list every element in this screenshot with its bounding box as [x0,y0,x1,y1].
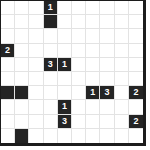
puzzle-grid: 1231132132 [1,1,143,143]
cell-empty-r4c0[interactable] [1,58,15,72]
cell-empty-r2c1[interactable] [15,29,29,43]
cell-empty-r3c9[interactable] [129,44,143,58]
cell-empty-r4c6[interactable] [86,58,100,72]
cell-empty-r7c6[interactable] [86,100,100,114]
cell-empty-r5c1[interactable] [15,72,29,86]
cell-empty-r8c8[interactable] [115,115,129,129]
cell-empty-r1c8[interactable] [115,15,129,29]
cell-empty-r9c0[interactable] [1,129,15,143]
cell-empty-r3c5[interactable] [72,44,86,58]
cell-empty-r6c5[interactable] [72,86,86,100]
cell-black-r9c1[interactable] [15,129,29,143]
cell-empty-r5c9[interactable] [129,72,143,86]
cell-clue-1-r0c3[interactable]: 1 [44,1,58,15]
cell-empty-r7c0[interactable] [1,100,15,114]
cell-empty-r3c6[interactable] [86,44,100,58]
cell-clue-2-r8c9[interactable]: 2 [129,115,143,129]
cell-empty-r6c3[interactable] [44,86,58,100]
cell-empty-r7c9[interactable] [129,100,143,114]
cell-empty-r5c6[interactable] [86,72,100,86]
cell-empty-r7c1[interactable] [15,100,29,114]
cell-empty-r9c6[interactable] [86,129,100,143]
cell-empty-r3c8[interactable] [115,44,129,58]
cell-empty-r2c0[interactable] [1,29,15,43]
cell-clue-2-r6c9[interactable]: 2 [129,86,143,100]
cell-empty-r9c7[interactable] [100,129,114,143]
cell-empty-r8c5[interactable] [72,115,86,129]
cell-clue-3-r6c7[interactable]: 3 [100,86,114,100]
cell-empty-r5c3[interactable] [44,72,58,86]
cell-empty-r4c8[interactable] [115,58,129,72]
cell-black-r1c3[interactable] [44,15,58,29]
cell-empty-r7c5[interactable] [72,100,86,114]
cell-empty-r1c4[interactable] [58,15,72,29]
cell-empty-r2c3[interactable] [44,29,58,43]
cell-clue-1-r4c4[interactable]: 1 [58,58,72,72]
cell-empty-r8c6[interactable] [86,115,100,129]
cell-empty-r0c5[interactable] [72,1,86,15]
cell-clue-1-r7c4[interactable]: 1 [58,100,72,114]
cell-empty-r1c5[interactable] [72,15,86,29]
cell-empty-r4c9[interactable] [129,58,143,72]
cell-empty-r2c6[interactable] [86,29,100,43]
cell-empty-r0c0[interactable] [1,1,15,15]
cell-empty-r1c0[interactable] [1,15,15,29]
cell-empty-r9c4[interactable] [58,129,72,143]
cell-black-r6c1[interactable] [15,86,29,100]
cell-empty-r8c3[interactable] [44,115,58,129]
cell-empty-r2c5[interactable] [72,29,86,43]
cell-empty-r4c2[interactable] [29,58,43,72]
cell-empty-r2c7[interactable] [100,29,114,43]
cell-empty-r0c6[interactable] [86,1,100,15]
cell-empty-r0c9[interactable] [129,1,143,15]
cell-empty-r9c8[interactable] [115,129,129,143]
puzzle-board: 1231132132 [0,0,146,146]
cell-empty-r4c7[interactable] [100,58,114,72]
cell-empty-r0c8[interactable] [115,1,129,15]
cell-empty-r4c5[interactable] [72,58,86,72]
cell-empty-r5c8[interactable] [115,72,129,86]
cell-empty-r0c1[interactable] [15,1,29,15]
cell-empty-r3c7[interactable] [100,44,114,58]
cell-empty-r9c5[interactable] [72,129,86,143]
cell-empty-r1c7[interactable] [100,15,114,29]
cell-empty-r2c2[interactable] [29,29,43,43]
cell-empty-r8c7[interactable] [100,115,114,129]
cell-empty-r8c2[interactable] [29,115,43,129]
cell-empty-r6c8[interactable] [115,86,129,100]
cell-empty-r1c6[interactable] [86,15,100,29]
cell-empty-r6c2[interactable] [29,86,43,100]
cell-empty-r9c3[interactable] [44,129,58,143]
cell-empty-r7c7[interactable] [100,100,114,114]
cell-empty-r1c1[interactable] [15,15,29,29]
cell-empty-r5c4[interactable] [58,72,72,86]
cell-empty-r6c4[interactable] [58,86,72,100]
cell-empty-r8c1[interactable] [15,115,29,129]
cell-empty-r2c8[interactable] [115,29,129,43]
cell-empty-r7c3[interactable] [44,100,58,114]
cell-empty-r5c7[interactable] [100,72,114,86]
cell-empty-r1c2[interactable] [29,15,43,29]
cell-empty-r3c3[interactable] [44,44,58,58]
cell-empty-r2c9[interactable] [129,29,143,43]
cell-empty-r8c0[interactable] [1,115,15,129]
cell-empty-r9c9[interactable] [129,129,143,143]
cell-empty-r5c0[interactable] [1,72,15,86]
cell-black-r6c0[interactable] [1,86,15,100]
cell-empty-r5c5[interactable] [72,72,86,86]
cell-empty-r4c1[interactable] [15,58,29,72]
cell-empty-r7c2[interactable] [29,100,43,114]
cell-empty-r3c2[interactable] [29,44,43,58]
cell-empty-r1c9[interactable] [129,15,143,29]
cell-empty-r3c1[interactable] [15,44,29,58]
cell-empty-r3c4[interactable] [58,44,72,58]
cell-empty-r2c4[interactable] [58,29,72,43]
cell-empty-r0c7[interactable] [100,1,114,15]
cell-clue-3-r8c4[interactable]: 3 [58,115,72,129]
cell-clue-3-r4c3[interactable]: 3 [44,58,58,72]
cell-empty-r0c2[interactable] [29,1,43,15]
cell-empty-r7c8[interactable] [115,100,129,114]
cell-empty-r0c4[interactable] [58,1,72,15]
cell-empty-r9c2[interactable] [29,129,43,143]
cell-clue-2-r3c0[interactable]: 2 [1,44,15,58]
cell-empty-r5c2[interactable] [29,72,43,86]
cell-clue-1-r6c6[interactable]: 1 [86,86,100,100]
